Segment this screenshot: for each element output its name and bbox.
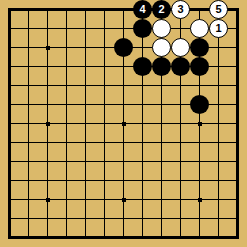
hoshi-point bbox=[190, 190, 209, 209]
hoshi-point bbox=[38, 38, 57, 57]
stone-black bbox=[171, 57, 190, 76]
stone-black bbox=[133, 57, 152, 76]
board-point: 5 bbox=[209, 0, 228, 19]
hoshi-point bbox=[190, 114, 209, 133]
board-point bbox=[190, 57, 209, 76]
stone-white-move-3: 3 bbox=[171, 0, 190, 19]
board-point bbox=[114, 38, 133, 57]
stone-black bbox=[152, 57, 171, 76]
hoshi-point bbox=[38, 114, 57, 133]
stone-black bbox=[190, 95, 209, 114]
stone-black bbox=[114, 38, 133, 57]
hoshi-point bbox=[114, 114, 133, 133]
board-point bbox=[171, 38, 190, 57]
go-board: 42351 bbox=[0, 0, 247, 247]
hoshi-dot bbox=[122, 198, 126, 202]
stone-black-move-2: 2 bbox=[152, 0, 171, 19]
stone-black bbox=[190, 57, 209, 76]
stone-white bbox=[152, 38, 171, 57]
board-point bbox=[171, 57, 190, 76]
go-diagram: 42351 bbox=[0, 0, 247, 247]
board-point bbox=[152, 57, 171, 76]
board-point bbox=[152, 38, 171, 57]
board-point bbox=[133, 19, 152, 38]
stone-white bbox=[190, 19, 209, 38]
board-point: 1 bbox=[209, 19, 228, 38]
board-point bbox=[152, 19, 171, 38]
stone-black bbox=[190, 38, 209, 57]
board-point bbox=[190, 95, 209, 114]
hoshi-dot bbox=[46, 198, 50, 202]
hoshi-dot bbox=[198, 198, 202, 202]
stone-white-move-5: 5 bbox=[209, 0, 228, 19]
board-point bbox=[190, 38, 209, 57]
stone-white bbox=[171, 38, 190, 57]
stone-white bbox=[152, 19, 171, 38]
board-point bbox=[133, 57, 152, 76]
board-point: 2 bbox=[152, 0, 171, 19]
hoshi-dot bbox=[46, 122, 50, 126]
hoshi-point bbox=[38, 190, 57, 209]
hoshi-dot bbox=[46, 46, 50, 50]
stone-white-move-1: 1 bbox=[209, 19, 228, 38]
stone-black bbox=[133, 19, 152, 38]
board-point: 3 bbox=[171, 0, 190, 19]
stone-black-move-4: 4 bbox=[133, 0, 152, 19]
hoshi-point bbox=[114, 190, 133, 209]
hoshi-dot bbox=[198, 122, 202, 126]
hoshi-dot bbox=[122, 122, 126, 126]
board-point bbox=[190, 19, 209, 38]
board-point: 4 bbox=[133, 0, 152, 19]
